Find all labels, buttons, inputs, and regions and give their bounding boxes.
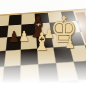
chess-photo: ♟♟♝♟♝♚♟ (0, 0, 86, 86)
pieces-layer: ♟♟♝♟♝♚♟ (0, 0, 86, 86)
white-bishop-d3[interactable]: ♝ (33, 30, 51, 54)
white-pawn-g3[interactable]: ♟ (65, 37, 75, 50)
